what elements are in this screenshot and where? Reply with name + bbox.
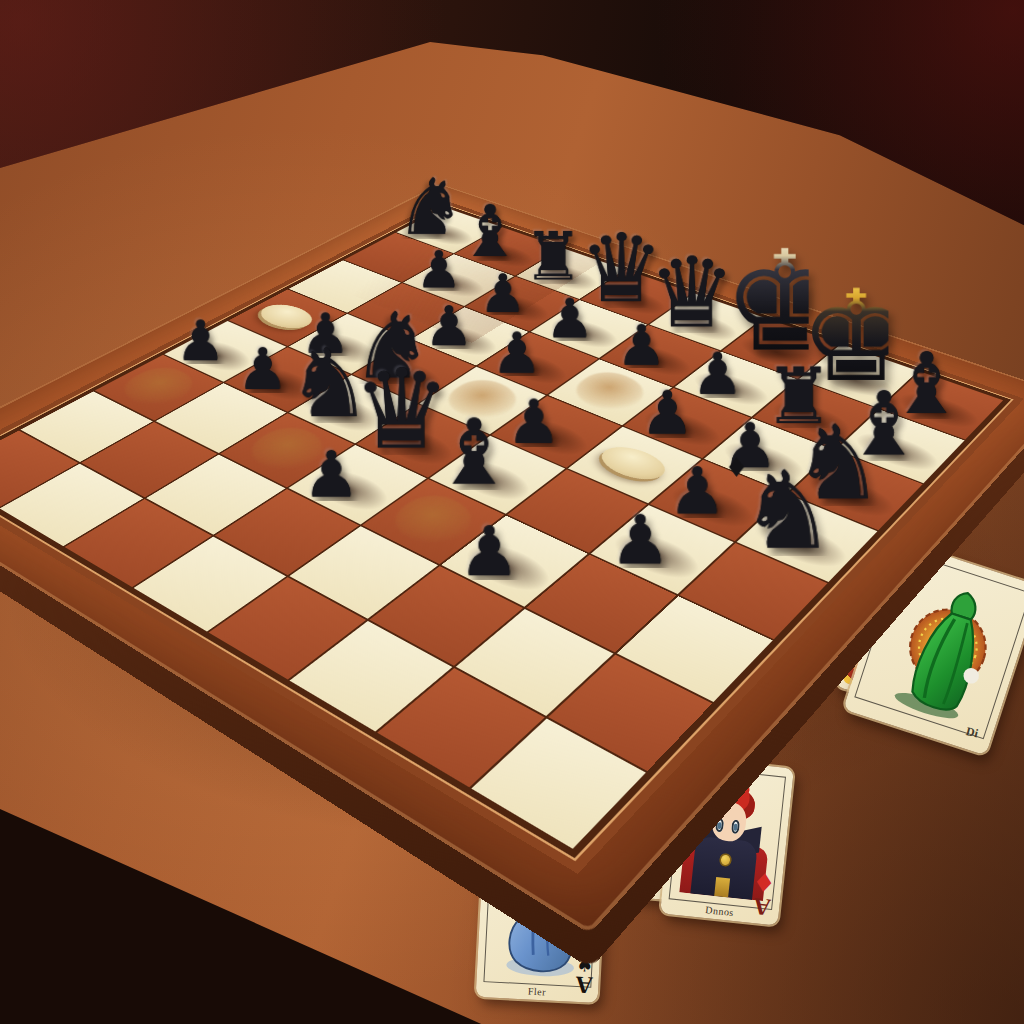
square-b6[interactable] — [348, 283, 463, 338]
square-a7[interactable] — [344, 233, 452, 282]
piece-shadow — [525, 260, 607, 296]
piece-black-pawn-a4[interactable]: ♟ — [157, 316, 243, 366]
piece-black-knight-h5[interactable]: ♞ — [736, 463, 840, 560]
chessboard-scene: ♞♝♜♛♛♚♚♝♟♟♟♟♟♜♝♟♟♟♟♞♟♞♟♟♦♞♟♟♞♛♝♟♟♟ — [0, 0, 1024, 1024]
square-e8[interactable]: ♛ — [650, 293, 764, 350]
piece-black-pawn-b7[interactable]: ♟ — [399, 246, 479, 292]
piece-black-ivory-king-f8[interactable]: ♚ — [722, 240, 808, 365]
square-d8[interactable]: ♛ — [581, 270, 692, 324]
piece-black-pawn-d7[interactable]: ♟ — [528, 294, 612, 343]
piece-shadow — [590, 282, 675, 320]
piece-shadow — [235, 362, 325, 407]
board-stain — [111, 362, 207, 412]
piece-black-pawn-c6[interactable]: ♟ — [406, 301, 491, 350]
piece-shadow — [487, 346, 578, 390]
piece-black-knight-a8[interactable]: ♞ — [393, 172, 468, 242]
square-a6[interactable] — [289, 260, 401, 312]
square-d6[interactable]: ♟ — [478, 332, 599, 394]
board-grid: ♞♝♜♛♛♚♚♝♟♟♟♟♟♜♝♟♟♟♟♞♟♞♟♟♦♞♟♟♞♛♝♟♟♟ — [0, 204, 1011, 858]
piece-black-pawn-g4[interactable]: ♟ — [587, 509, 692, 570]
piece-black-pawn-b4[interactable]: ♟ — [218, 343, 307, 395]
square-b4[interactable]: ♟ — [225, 347, 350, 411]
square-f8[interactable]: ♚ — [722, 318, 839, 378]
piece-black-pawn-c7[interactable]: ♟ — [462, 270, 544, 318]
piece-black-pawn-d6[interactable]: ♟ — [473, 328, 560, 379]
square-a2[interactable] — [20, 391, 153, 462]
scene: A ♠ ♠ A Fler A ♦ ♦ — [0, 0, 1024, 1024]
piece-shadow — [474, 289, 559, 327]
piece-black-queen-d8[interactable]: ♛ — [579, 226, 660, 311]
square-c7[interactable]: ♟ — [466, 276, 579, 331]
piece-black-queen-e8[interactable]: ♛ — [648, 249, 731, 336]
square-a3[interactable] — [95, 355, 222, 420]
square-a8[interactable]: ♞ — [397, 207, 501, 253]
piece-shadow — [412, 266, 494, 302]
square-b8[interactable]: ♝ — [455, 227, 562, 275]
piece-black-pawn-f3[interactable]: ♟ — [436, 520, 542, 582]
piece-shadow — [174, 335, 261, 378]
piece-black-bishop-e4[interactable]: ♝ — [425, 412, 523, 494]
piece-shadow — [463, 238, 543, 272]
piece-black-pawn-e7[interactable]: ♟ — [598, 320, 685, 370]
piece-black-bishop-b8[interactable]: ♝ — [452, 200, 529, 264]
piece-shadow — [658, 306, 746, 346]
chessboard: ♞♝♜♛♛♚♚♝♟♟♟♟♟♜♝♟♟♟♟♞♟♞♟♟♦♞♟♟♞♛♝♟♟♟ — [0, 184, 1024, 934]
square-b7[interactable]: ♟ — [403, 254, 514, 306]
square-c8[interactable]: ♜ — [516, 248, 625, 299]
piece-shadow — [405, 218, 482, 250]
piece-black-rook-c8[interactable]: ♜ — [513, 227, 592, 287]
ivory-disc[interactable] — [251, 300, 321, 333]
square-a4[interactable]: ♟ — [165, 321, 287, 382]
piece-black-pawn-f6[interactable]: ♟ — [621, 386, 714, 440]
square-d7[interactable]: ♟ — [531, 300, 647, 358]
square-a5[interactable] — [229, 290, 346, 346]
piece-shadow — [540, 313, 628, 354]
piece-shadow — [731, 332, 822, 374]
piece-shadow — [610, 339, 701, 382]
piece-black-pawn-d3[interactable]: ♟ — [282, 446, 381, 504]
